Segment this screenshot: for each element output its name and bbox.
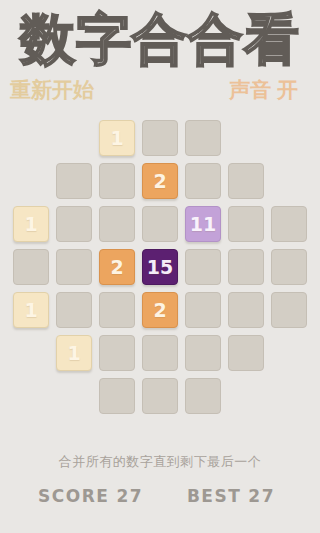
empty-cell-r4c1[interactable] bbox=[56, 292, 92, 328]
tile-1-r2c0[interactable]: 1 bbox=[13, 206, 49, 242]
empty-cell-r1c5[interactable] bbox=[228, 163, 264, 199]
empty-cell-r3c4[interactable] bbox=[185, 249, 221, 285]
empty-cell-r5c5[interactable] bbox=[228, 335, 264, 371]
empty-cell-r2c5[interactable] bbox=[228, 206, 264, 242]
sound-toggle-button[interactable]: 声音 开 bbox=[229, 76, 298, 104]
empty-cell-r2c2[interactable] bbox=[99, 206, 135, 242]
tile-2-r1c3[interactable]: 2 bbox=[142, 163, 178, 199]
score-label: SCORE bbox=[38, 486, 109, 506]
restart-button[interactable]: 重新开始 bbox=[10, 76, 94, 104]
tile-2-r4c3[interactable]: 2 bbox=[142, 292, 178, 328]
empty-cell-r4c4[interactable] bbox=[185, 292, 221, 328]
board-grid: 12111215121 bbox=[13, 120, 307, 414]
empty-cell-r6c3[interactable] bbox=[142, 378, 178, 414]
game-title: 数字合合看 bbox=[0, 8, 320, 70]
best-label: BEST bbox=[187, 486, 241, 506]
empty-cell-r3c0[interactable] bbox=[13, 249, 49, 285]
empty-cell-r5c4[interactable] bbox=[185, 335, 221, 371]
game-screen: 数字合合看 重新开始 声音 开 12111215121 合并所有的数字直到剩下最… bbox=[0, 0, 320, 533]
tile-1-r0c2[interactable]: 1 bbox=[99, 120, 135, 156]
empty-cell-r4c5[interactable] bbox=[228, 292, 264, 328]
empty-cell-r2c1[interactable] bbox=[56, 206, 92, 242]
score-value: 27 bbox=[116, 486, 143, 506]
empty-cell-r0c4[interactable] bbox=[185, 120, 221, 156]
hint-text: 合并所有的数字直到剩下最后一个 bbox=[0, 453, 320, 471]
score-display: SCORE27 bbox=[38, 486, 143, 506]
empty-cell-r1c1[interactable] bbox=[56, 163, 92, 199]
empty-cell-r4c6[interactable] bbox=[271, 292, 307, 328]
tile-1-r4c0[interactable]: 1 bbox=[13, 292, 49, 328]
empty-cell-r3c5[interactable] bbox=[228, 249, 264, 285]
empty-cell-r4c2[interactable] bbox=[99, 292, 135, 328]
tile-1-r5c1[interactable]: 1 bbox=[56, 335, 92, 371]
best-display: BEST27 bbox=[187, 486, 275, 506]
scoreboard: SCORE27 BEST27 bbox=[0, 486, 320, 506]
empty-cell-r6c2[interactable] bbox=[99, 378, 135, 414]
empty-cell-r1c2[interactable] bbox=[99, 163, 135, 199]
empty-cell-r5c3[interactable] bbox=[142, 335, 178, 371]
empty-cell-r1c4[interactable] bbox=[185, 163, 221, 199]
empty-cell-r6c4[interactable] bbox=[185, 378, 221, 414]
empty-cell-r2c6[interactable] bbox=[271, 206, 307, 242]
toolbar: 重新开始 声音 开 bbox=[0, 76, 320, 104]
empty-cell-r3c6[interactable] bbox=[271, 249, 307, 285]
tile-11-r2c4[interactable]: 11 bbox=[185, 206, 221, 242]
tile-15-r3c3[interactable]: 15 bbox=[142, 249, 178, 285]
tile-2-r3c2[interactable]: 2 bbox=[99, 249, 135, 285]
empty-cell-r2c3[interactable] bbox=[142, 206, 178, 242]
empty-cell-r5c2[interactable] bbox=[99, 335, 135, 371]
empty-cell-r0c3[interactable] bbox=[142, 120, 178, 156]
best-value: 27 bbox=[248, 486, 275, 506]
empty-cell-r3c1[interactable] bbox=[56, 249, 92, 285]
